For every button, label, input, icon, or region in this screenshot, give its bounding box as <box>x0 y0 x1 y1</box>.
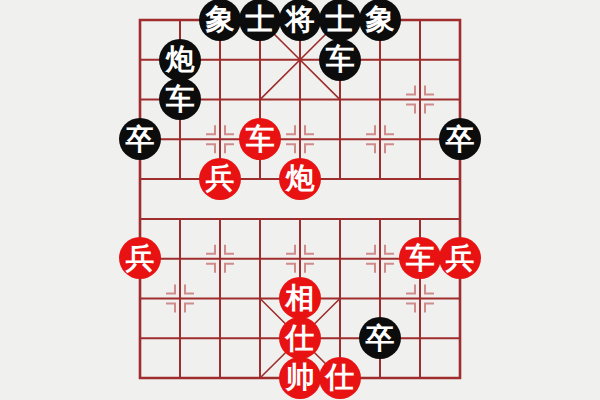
xiangqi-screenshot: 象士将士象炮车车卒车卒兵炮兵车兵相仕卒帅仕 <box>0 0 600 400</box>
piece-black-soldier[interactable]: 卒 <box>359 317 401 359</box>
piece-red-chariot[interactable]: 车 <box>399 237 441 279</box>
piece-red-advisor[interactable]: 仕 <box>279 317 321 359</box>
piece-red-advisor[interactable]: 仕 <box>319 357 361 399</box>
piece-black-soldier[interactable]: 卒 <box>439 118 481 160</box>
piece-black-soldier[interactable]: 卒 <box>119 118 161 160</box>
piece-red-soldier[interactable]: 兵 <box>119 237 161 279</box>
piece-black-advisor[interactable]: 士 <box>239 0 281 41</box>
piece-red-elephant[interactable]: 相 <box>279 277 321 319</box>
piece-red-soldier[interactable]: 兵 <box>199 158 241 200</box>
piece-black-elephant[interactable]: 象 <box>199 0 241 41</box>
piece-black-general[interactable]: 将 <box>279 0 321 41</box>
piece-red-cannon[interactable]: 炮 <box>279 158 321 200</box>
piece-black-advisor[interactable]: 士 <box>319 0 361 41</box>
piece-black-chariot[interactable]: 车 <box>319 39 361 81</box>
xiangqi-board[interactable]: 象士将士象炮车车卒车卒兵炮兵车兵相仕卒帅仕 <box>120 0 480 398</box>
piece-black-cannon[interactable]: 炮 <box>159 39 201 81</box>
piece-black-elephant[interactable]: 象 <box>359 0 401 41</box>
piece-black-chariot[interactable]: 车 <box>159 78 201 120</box>
piece-red-general[interactable]: 帅 <box>279 357 321 399</box>
piece-red-soldier[interactable]: 兵 <box>439 237 481 279</box>
piece-red-chariot[interactable]: 车 <box>239 118 281 160</box>
